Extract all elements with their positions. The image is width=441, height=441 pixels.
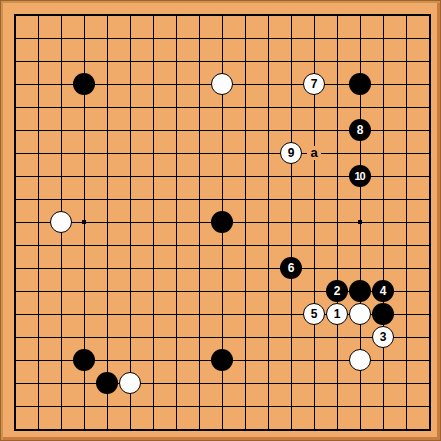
white-stone-c10 [50, 211, 72, 233]
black-stone-e3 [96, 372, 118, 394]
black-stone-move-8: 8 [349, 119, 371, 141]
black-stone-d4 [73, 349, 95, 371]
white-stone-q4 [349, 349, 371, 371]
black-stone-d16 [73, 73, 95, 95]
black-stone-move-10: 10 [349, 165, 371, 187]
black-stone-move-6: 6 [280, 257, 302, 279]
white-stone-move-9: 9 [280, 142, 302, 164]
white-stone-move-5: 5 [303, 303, 325, 325]
black-stone-k10 [211, 211, 233, 233]
black-stone-q7 [349, 280, 371, 302]
white-stone-k16 [211, 73, 233, 95]
go-board: 12345678910a [0, 0, 441, 441]
white-stone-move-7: 7 [303, 73, 325, 95]
white-stone-move-3: 3 [372, 326, 394, 348]
black-stone-q16 [349, 73, 371, 95]
white-stone-move-1: 1 [326, 303, 348, 325]
board-grid: 12345678910a [4, 4, 441, 441]
black-stone-r6 [372, 303, 394, 325]
white-stone-q6 [349, 303, 371, 325]
star-point [358, 220, 362, 224]
star-point [82, 220, 86, 224]
point-label-a: a [307, 146, 320, 160]
black-stone-k4 [211, 349, 233, 371]
white-stone-f3 [119, 372, 141, 394]
black-stone-move-2: 2 [326, 280, 348, 302]
black-stone-move-4: 4 [372, 280, 394, 302]
